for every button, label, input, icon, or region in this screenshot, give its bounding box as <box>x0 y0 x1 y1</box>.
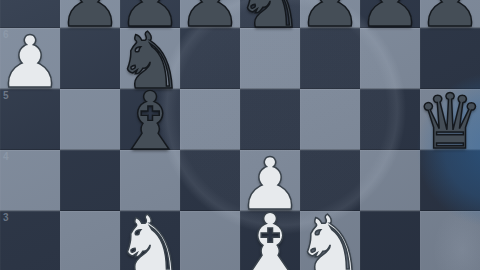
square-h7[interactable]: ♟ <box>420 0 480 28</box>
square-f3[interactable]: ♞ <box>300 211 360 270</box>
square-b5[interactable] <box>60 89 120 150</box>
square-f7[interactable]: ♟ <box>300 0 360 28</box>
square-d7[interactable]: ♟ <box>180 0 240 28</box>
black-pawn-d7[interactable]: ♟ <box>178 0 243 37</box>
square-b7[interactable]: ♟ <box>60 0 120 28</box>
square-a3[interactable]: 3 <box>0 211 60 270</box>
square-h5[interactable]: ♛ <box>420 89 480 150</box>
square-f5[interactable] <box>300 89 360 150</box>
square-g3[interactable] <box>360 211 420 270</box>
square-d5[interactable] <box>180 89 240 150</box>
square-c5[interactable]: ♝ <box>120 89 180 150</box>
black-pawn-g7[interactable]: ♟ <box>358 0 423 37</box>
black-pawn-h7[interactable]: ♟ <box>418 0 480 37</box>
square-g4[interactable] <box>360 150 420 211</box>
square-g5[interactable] <box>360 89 420 150</box>
chess-board-stage: ♟♟♟♞♟♟♟6♟♞5♝♛4♟3♞♝♞ <box>0 0 480 270</box>
square-d3[interactable] <box>180 211 240 270</box>
square-b4[interactable] <box>60 150 120 211</box>
square-b3[interactable] <box>60 211 120 270</box>
black-knight-e7[interactable]: ♞ <box>235 0 305 39</box>
black-pawn-f7[interactable]: ♟ <box>298 0 363 37</box>
black-pawn-b7[interactable]: ♟ <box>58 0 123 37</box>
white-knight-f3[interactable]: ♞ <box>295 205 365 270</box>
chess-board: ♟♟♟♞♟♟♟6♟♞5♝♛4♟3♞♝♞ <box>0 0 480 270</box>
square-c3[interactable]: ♞ <box>120 211 180 270</box>
black-queen-h5[interactable]: ♛ <box>416 84 480 160</box>
square-a4[interactable]: 4 <box>0 150 60 211</box>
square-g7[interactable]: ♟ <box>360 0 420 28</box>
black-bishop-c5[interactable]: ♝ <box>114 82 186 162</box>
white-knight-c3[interactable]: ♞ <box>115 205 185 270</box>
square-h3[interactable] <box>420 211 480 270</box>
white-pawn-a6[interactable]: ♟ <box>0 26 62 98</box>
rank-label-4: 4 <box>3 151 9 162</box>
rank-label-3: 3 <box>3 212 9 223</box>
square-e3[interactable]: ♝ <box>240 211 300 270</box>
square-d4[interactable] <box>180 150 240 211</box>
square-a6[interactable]: 6♟ <box>0 28 60 89</box>
square-e7[interactable]: ♞ <box>240 0 300 28</box>
